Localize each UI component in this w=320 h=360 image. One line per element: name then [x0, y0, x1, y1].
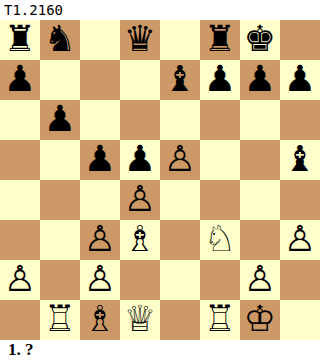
square-f1[interactable]: ♖	[200, 300, 240, 340]
square-h2[interactable]	[280, 260, 320, 300]
black-pawn[interactable]: ♟	[284, 60, 316, 99]
square-g4[interactable]	[240, 180, 280, 220]
square-b8[interactable]: ♞	[40, 20, 80, 60]
square-b5[interactable]	[40, 140, 80, 180]
white-queen[interactable]: ♕	[124, 300, 156, 339]
square-e1[interactable]	[160, 300, 200, 340]
white-pawn[interactable]: ♙	[84, 220, 116, 259]
white-king[interactable]: ♔	[244, 300, 276, 339]
square-d2[interactable]	[120, 260, 160, 300]
square-h8[interactable]	[280, 20, 320, 60]
square-a1[interactable]	[0, 300, 40, 340]
square-c5[interactable]: ♟	[80, 140, 120, 180]
white-pawn[interactable]: ♙	[164, 140, 196, 179]
square-c7[interactable]	[80, 60, 120, 100]
black-bishop[interactable]: ♝	[284, 140, 316, 179]
black-king[interactable]: ♚	[244, 20, 276, 59]
square-e8[interactable]	[160, 20, 200, 60]
black-pawn[interactable]: ♟	[124, 140, 156, 179]
square-h1[interactable]	[280, 300, 320, 340]
white-bishop[interactable]: ♗	[124, 220, 156, 259]
square-f6[interactable]	[200, 100, 240, 140]
white-pawn[interactable]: ♙	[84, 260, 116, 299]
square-e2[interactable]	[160, 260, 200, 300]
square-c3[interactable]: ♙	[80, 220, 120, 260]
square-b7[interactable]	[40, 60, 80, 100]
square-h3[interactable]: ♙	[280, 220, 320, 260]
black-pawn[interactable]: ♟	[84, 140, 116, 179]
puzzle-id: T1.2160	[4, 1, 63, 20]
black-pawn[interactable]: ♟	[244, 60, 276, 99]
square-d7[interactable]	[120, 60, 160, 100]
square-c8[interactable]	[80, 20, 120, 60]
square-c6[interactable]	[80, 100, 120, 140]
square-c2[interactable]: ♙	[80, 260, 120, 300]
square-f5[interactable]	[200, 140, 240, 180]
square-a7[interactable]: ♟	[0, 60, 40, 100]
square-c4[interactable]	[80, 180, 120, 220]
chess-board[interactable]: ♜♞♛♜♚♟♝♟♟♟♟♟♟♙♝♙♙♗♘♙♙♙♙♖♗♕♖♔	[0, 20, 320, 340]
square-d5[interactable]: ♟	[120, 140, 160, 180]
square-g2[interactable]: ♙	[240, 260, 280, 300]
square-h4[interactable]	[280, 180, 320, 220]
black-pawn[interactable]: ♟	[44, 100, 76, 139]
white-pawn[interactable]: ♙	[284, 220, 316, 259]
black-pawn[interactable]: ♟	[4, 60, 36, 99]
square-a5[interactable]	[0, 140, 40, 180]
square-d3[interactable]: ♗	[120, 220, 160, 260]
square-h7[interactable]: ♟	[280, 60, 320, 100]
square-e4[interactable]	[160, 180, 200, 220]
square-b6[interactable]: ♟	[40, 100, 80, 140]
square-f8[interactable]: ♜	[200, 20, 240, 60]
black-knight[interactable]: ♞	[44, 20, 76, 59]
white-pawn[interactable]: ♙	[4, 260, 36, 299]
square-h6[interactable]	[280, 100, 320, 140]
square-e5[interactable]: ♙	[160, 140, 200, 180]
black-pawn[interactable]: ♟	[204, 60, 236, 99]
square-b1[interactable]: ♖	[40, 300, 80, 340]
puzzle-page: T1.2160 ♜♞♛♜♚♟♝♟♟♟♟♟♟♙♝♙♙♗♘♙♙♙♙♖♗♕♖♔ 1. …	[0, 0, 320, 360]
black-rook[interactable]: ♜	[4, 20, 36, 59]
square-b2[interactable]	[40, 260, 80, 300]
square-e6[interactable]	[160, 100, 200, 140]
square-f7[interactable]: ♟	[200, 60, 240, 100]
square-a3[interactable]	[0, 220, 40, 260]
black-rook[interactable]: ♜	[204, 20, 236, 59]
white-bishop[interactable]: ♗	[84, 300, 116, 339]
square-d6[interactable]	[120, 100, 160, 140]
white-knight[interactable]: ♘	[204, 220, 236, 259]
square-d1[interactable]: ♕	[120, 300, 160, 340]
black-bishop[interactable]: ♝	[164, 60, 196, 99]
black-queen[interactable]: ♛	[124, 20, 156, 59]
white-pawn[interactable]: ♙	[244, 260, 276, 299]
white-rook[interactable]: ♖	[44, 300, 76, 339]
square-a8[interactable]: ♜	[0, 20, 40, 60]
square-g6[interactable]	[240, 100, 280, 140]
square-f4[interactable]	[200, 180, 240, 220]
square-e7[interactable]: ♝	[160, 60, 200, 100]
square-d8[interactable]: ♛	[120, 20, 160, 60]
square-b3[interactable]	[40, 220, 80, 260]
square-b4[interactable]	[40, 180, 80, 220]
square-g8[interactable]: ♚	[240, 20, 280, 60]
square-f3[interactable]: ♘	[200, 220, 240, 260]
square-a4[interactable]	[0, 180, 40, 220]
square-c1[interactable]: ♗	[80, 300, 120, 340]
square-e3[interactable]	[160, 220, 200, 260]
square-h5[interactable]: ♝	[280, 140, 320, 180]
square-g7[interactable]: ♟	[240, 60, 280, 100]
white-rook[interactable]: ♖	[204, 300, 236, 339]
square-a2[interactable]: ♙	[0, 260, 40, 300]
square-g5[interactable]	[240, 140, 280, 180]
move-prompt: 1. ?	[8, 340, 34, 360]
square-f2[interactable]	[200, 260, 240, 300]
square-g1[interactable]: ♔	[240, 300, 280, 340]
square-g3[interactable]	[240, 220, 280, 260]
white-pawn[interactable]: ♙	[124, 180, 156, 219]
square-a6[interactable]	[0, 100, 40, 140]
square-d4[interactable]: ♙	[120, 180, 160, 220]
